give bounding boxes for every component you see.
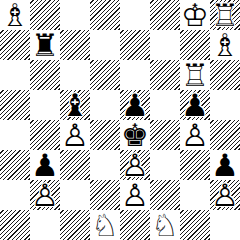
square-f7[interactable] xyxy=(150,30,180,60)
square-c4[interactable]: ♟♙ xyxy=(60,120,90,150)
square-h7[interactable]: ♝♗ xyxy=(210,30,240,60)
black-pawn[interactable]: ♟ xyxy=(30,150,60,180)
square-f4[interactable] xyxy=(150,120,180,150)
square-b6[interactable] xyxy=(30,60,60,90)
square-c6[interactable] xyxy=(60,60,90,90)
square-e6[interactable] xyxy=(120,60,150,90)
black-pawn[interactable]: ♟ xyxy=(120,90,150,120)
square-b7[interactable]: ♜ xyxy=(30,30,60,60)
square-e1[interactable] xyxy=(120,210,150,240)
white-knight[interactable]: ♘ xyxy=(150,210,180,240)
square-c5[interactable]: ♝ xyxy=(60,90,90,120)
square-c2[interactable] xyxy=(60,180,90,210)
square-d6[interactable] xyxy=(90,60,120,90)
square-h1[interactable] xyxy=(210,210,240,240)
white-rook[interactable]: ♖ xyxy=(210,0,240,30)
square-d5[interactable] xyxy=(90,90,120,120)
square-b2[interactable]: ♟♙ xyxy=(30,180,60,210)
black-rook[interactable]: ♜ xyxy=(30,30,60,60)
square-f5[interactable] xyxy=(150,90,180,120)
square-g1[interactable] xyxy=(180,210,210,240)
chess-board: ♝♗♚♔♜♖♜♝♗♜♖♝♟♟♟♙♚♟♙♟♟♙♟♟♙♟♙♟♙♞♘♞♘ xyxy=(0,0,240,240)
white-bishop[interactable]: ♗ xyxy=(0,0,30,30)
square-e3[interactable]: ♟♙ xyxy=(120,150,150,180)
square-c7[interactable] xyxy=(60,30,90,60)
square-h6[interactable] xyxy=(210,60,240,90)
black-pawn[interactable]: ♟ xyxy=(210,150,240,180)
square-b3[interactable]: ♟ xyxy=(30,150,60,180)
square-f1[interactable]: ♞♘ xyxy=(150,210,180,240)
white-pawn[interactable]: ♙ xyxy=(60,120,90,150)
square-a8[interactable]: ♝♗ xyxy=(0,0,30,30)
square-c8[interactable] xyxy=(60,0,90,30)
square-f2[interactable] xyxy=(150,180,180,210)
square-b1[interactable] xyxy=(30,210,60,240)
white-pawn[interactable]: ♙ xyxy=(120,180,150,210)
square-h2[interactable]: ♟♙ xyxy=(210,180,240,210)
white-king[interactable]: ♔ xyxy=(180,0,210,30)
square-e8[interactable] xyxy=(120,0,150,30)
square-c1[interactable] xyxy=(60,210,90,240)
white-pawn[interactable]: ♙ xyxy=(210,180,240,210)
square-h4[interactable] xyxy=(210,120,240,150)
chess-diagram: ♝♗♚♔♜♖♜♝♗♜♖♝♟♟♟♙♚♟♙♟♟♙♟♟♙♟♙♟♙♞♘♞♘ xyxy=(0,0,240,240)
black-pawn[interactable]: ♟ xyxy=(180,90,210,120)
black-king[interactable]: ♚ xyxy=(120,120,150,150)
square-h3[interactable]: ♟ xyxy=(210,150,240,180)
white-pawn[interactable]: ♙ xyxy=(120,150,150,180)
square-g3[interactable] xyxy=(180,150,210,180)
square-h5[interactable] xyxy=(210,90,240,120)
square-g7[interactable] xyxy=(180,30,210,60)
square-g2[interactable] xyxy=(180,180,210,210)
square-f6[interactable] xyxy=(150,60,180,90)
white-bishop[interactable]: ♗ xyxy=(210,30,240,60)
square-d8[interactable] xyxy=(90,0,120,30)
square-f3[interactable] xyxy=(150,150,180,180)
white-pawn[interactable]: ♙ xyxy=(30,180,60,210)
square-b5[interactable] xyxy=(30,90,60,120)
square-g5[interactable]: ♟ xyxy=(180,90,210,120)
square-d3[interactable] xyxy=(90,150,120,180)
white-pawn[interactable]: ♙ xyxy=(180,120,210,150)
square-a3[interactable] xyxy=(0,150,30,180)
square-e2[interactable]: ♟♙ xyxy=(120,180,150,210)
square-d2[interactable] xyxy=(90,180,120,210)
square-d7[interactable] xyxy=(90,30,120,60)
white-rook[interactable]: ♖ xyxy=(180,60,210,90)
square-e4[interactable]: ♚ xyxy=(120,120,150,150)
square-e7[interactable] xyxy=(120,30,150,60)
square-g4[interactable]: ♟♙ xyxy=(180,120,210,150)
white-knight[interactable]: ♘ xyxy=(90,210,120,240)
square-a2[interactable] xyxy=(0,180,30,210)
black-bishop[interactable]: ♝ xyxy=(60,90,90,120)
square-a5[interactable] xyxy=(0,90,30,120)
square-c3[interactable] xyxy=(60,150,90,180)
square-d1[interactable]: ♞♘ xyxy=(90,210,120,240)
square-a1[interactable] xyxy=(0,210,30,240)
square-h8[interactable]: ♜♖ xyxy=(210,0,240,30)
square-d4[interactable] xyxy=(90,120,120,150)
square-a4[interactable] xyxy=(0,120,30,150)
square-b4[interactable] xyxy=(30,120,60,150)
square-g8[interactable]: ♚♔ xyxy=(180,0,210,30)
square-f8[interactable] xyxy=(150,0,180,30)
square-g6[interactable]: ♜♖ xyxy=(180,60,210,90)
square-a7[interactable] xyxy=(0,30,30,60)
square-a6[interactable] xyxy=(0,60,30,90)
square-e5[interactable]: ♟ xyxy=(120,90,150,120)
square-b8[interactable] xyxy=(30,0,60,30)
